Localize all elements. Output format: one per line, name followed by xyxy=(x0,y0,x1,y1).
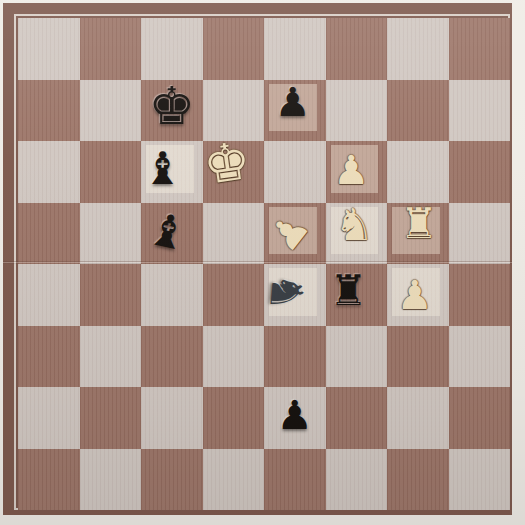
square-d1[interactable] xyxy=(203,449,265,511)
square-a2[interactable] xyxy=(18,387,80,449)
square-a3[interactable] xyxy=(18,326,80,388)
square-b2[interactable] xyxy=(80,387,142,449)
square-h3[interactable] xyxy=(449,326,511,388)
square-b7[interactable] xyxy=(80,80,142,142)
white-knight-f5[interactable]: ♞ xyxy=(324,195,386,257)
square-c3[interactable] xyxy=(141,326,203,388)
white-pawn-g4[interactable]: ♟ xyxy=(384,264,446,326)
square-g4[interactable]: ♟ xyxy=(387,264,449,326)
square-c1[interactable] xyxy=(141,449,203,511)
white-king-d6[interactable]: ♚ xyxy=(192,128,261,197)
white-pawn-f6[interactable]: ♟ xyxy=(321,139,383,201)
square-h1[interactable] xyxy=(449,449,511,511)
square-d2[interactable] xyxy=(203,387,265,449)
black-king-c7[interactable]: ♚ xyxy=(141,76,203,138)
square-a4[interactable] xyxy=(18,264,80,326)
square-c5[interactable]: ♝ xyxy=(141,203,203,265)
black-pawn-e2[interactable]: ♟ xyxy=(264,384,326,446)
square-e7[interactable]: ♟ xyxy=(264,80,326,142)
square-e1[interactable] xyxy=(264,449,326,511)
square-g8[interactable] xyxy=(387,18,449,80)
square-c8[interactable] xyxy=(141,18,203,80)
square-f1[interactable] xyxy=(326,449,388,511)
square-f7[interactable] xyxy=(326,80,388,142)
square-a6[interactable] xyxy=(18,141,80,203)
square-e4[interactable]: ♞ xyxy=(264,264,326,326)
square-h4[interactable] xyxy=(449,264,511,326)
square-g7[interactable] xyxy=(387,80,449,142)
square-g2[interactable] xyxy=(387,387,449,449)
square-a7[interactable] xyxy=(18,80,80,142)
black-bishop-c6[interactable]: ♝ xyxy=(132,138,194,200)
square-e3[interactable] xyxy=(264,326,326,388)
square-h5[interactable] xyxy=(449,203,511,265)
square-f8[interactable] xyxy=(326,18,388,80)
black-pawn-e7[interactable]: ♟ xyxy=(262,72,324,134)
square-a5[interactable] xyxy=(18,203,80,265)
square-b4[interactable] xyxy=(80,264,142,326)
square-f5[interactable]: ♞ xyxy=(326,203,388,265)
square-e6[interactable] xyxy=(264,141,326,203)
square-e2[interactable]: ♟ xyxy=(264,387,326,449)
square-e5[interactable]: ♟ xyxy=(264,203,326,265)
square-a1[interactable] xyxy=(18,449,80,511)
chessboard-photo: ♚♟♝♚♟♝♟♞♜♞♜♟♟ xyxy=(0,0,525,525)
white-rook-g5[interactable]: ♜ xyxy=(388,194,450,256)
square-f2[interactable] xyxy=(326,387,388,449)
board-grid: ♚♟♝♚♟♝♟♞♜♞♜♟♟ xyxy=(18,18,510,510)
black-bishop-c5[interactable]: ♝ xyxy=(131,195,204,268)
square-b3[interactable] xyxy=(80,326,142,388)
square-b1[interactable] xyxy=(80,449,142,511)
black-knight-e4[interactable]: ♞ xyxy=(253,259,320,326)
square-h6[interactable] xyxy=(449,141,511,203)
square-e8[interactable] xyxy=(264,18,326,80)
square-f6[interactable]: ♟ xyxy=(326,141,388,203)
square-h2[interactable] xyxy=(449,387,511,449)
square-f3[interactable] xyxy=(326,326,388,388)
square-d3[interactable] xyxy=(203,326,265,388)
square-h7[interactable] xyxy=(449,80,511,142)
square-g3[interactable] xyxy=(387,326,449,388)
black-rook-f4[interactable]: ♜ xyxy=(318,260,380,322)
square-c4[interactable] xyxy=(141,264,203,326)
square-b8[interactable] xyxy=(80,18,142,80)
square-c7[interactable]: ♚ xyxy=(141,80,203,142)
square-f4[interactable]: ♜ xyxy=(326,264,388,326)
square-c2[interactable] xyxy=(141,387,203,449)
square-d8[interactable] xyxy=(203,18,265,80)
square-h8[interactable] xyxy=(449,18,511,80)
square-a8[interactable] xyxy=(18,18,80,80)
square-g1[interactable] xyxy=(387,449,449,511)
square-d6[interactable]: ♚ xyxy=(203,141,265,203)
square-g5[interactable]: ♜ xyxy=(387,203,449,265)
